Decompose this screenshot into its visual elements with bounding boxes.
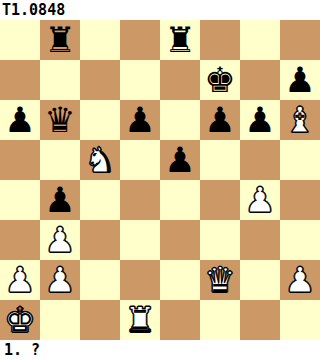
square-c3[interactable] xyxy=(80,220,120,260)
square-e6[interactable] xyxy=(160,100,200,140)
black-rook-b8[interactable]: ♜ xyxy=(44,20,75,60)
square-h1[interactable] xyxy=(280,300,320,340)
diagram-id: T1.0848 xyxy=(2,1,65,19)
square-e7[interactable] xyxy=(160,60,200,100)
square-b5[interactable] xyxy=(40,140,80,180)
square-c1[interactable] xyxy=(80,300,120,340)
square-d3[interactable] xyxy=(120,220,160,260)
square-d8[interactable] xyxy=(120,20,160,60)
square-a7[interactable] xyxy=(0,60,40,100)
black-pawn-a6[interactable]: ♟ xyxy=(4,100,35,140)
square-c7[interactable] xyxy=(80,60,120,100)
square-e1[interactable] xyxy=(160,300,200,340)
square-b8[interactable]: ♜ xyxy=(40,20,80,60)
square-c6[interactable] xyxy=(80,100,120,140)
square-e3[interactable] xyxy=(160,220,200,260)
square-d2[interactable] xyxy=(120,260,160,300)
white-pawn-a2[interactable]: ♟ xyxy=(4,260,35,300)
square-e5[interactable]: ♟ xyxy=(160,140,200,180)
black-pawn-g6[interactable]: ♟ xyxy=(244,100,275,140)
square-a3[interactable] xyxy=(0,220,40,260)
square-h4[interactable] xyxy=(280,180,320,220)
square-g7[interactable] xyxy=(240,60,280,100)
white-bishop-h6[interactable]: ♝ xyxy=(284,100,315,140)
square-a6[interactable]: ♟ xyxy=(0,100,40,140)
white-knight-c5[interactable]: ♞ xyxy=(84,140,115,180)
white-pawn-h2[interactable]: ♟ xyxy=(284,260,315,300)
square-e2[interactable] xyxy=(160,260,200,300)
square-g6[interactable]: ♟ xyxy=(240,100,280,140)
square-h6[interactable]: ♝ xyxy=(280,100,320,140)
square-d7[interactable] xyxy=(120,60,160,100)
square-a8[interactable] xyxy=(0,20,40,60)
square-h8[interactable] xyxy=(280,20,320,60)
square-a1[interactable]: ♚ xyxy=(0,300,40,340)
square-a2[interactable]: ♟ xyxy=(0,260,40,300)
square-d4[interactable] xyxy=(120,180,160,220)
white-pawn-g4[interactable]: ♟ xyxy=(244,180,275,220)
black-rook-e8[interactable]: ♜ xyxy=(164,20,195,60)
black-pawn-f6[interactable]: ♟ xyxy=(204,100,235,140)
square-e8[interactable]: ♜ xyxy=(160,20,200,60)
square-b6[interactable]: ♛ xyxy=(40,100,80,140)
square-h2[interactable]: ♟ xyxy=(280,260,320,300)
square-b7[interactable] xyxy=(40,60,80,100)
black-king-f7[interactable]: ♚ xyxy=(204,60,235,100)
square-a4[interactable] xyxy=(0,180,40,220)
square-c2[interactable] xyxy=(80,260,120,300)
move-prompt: 1. ? xyxy=(4,341,40,359)
square-f2[interactable]: ♛ xyxy=(200,260,240,300)
black-queen-b6[interactable]: ♛ xyxy=(44,100,75,140)
square-f5[interactable] xyxy=(200,140,240,180)
black-pawn-e5[interactable]: ♟ xyxy=(164,140,195,180)
black-pawn-d6[interactable]: ♟ xyxy=(124,100,155,140)
square-f6[interactable]: ♟ xyxy=(200,100,240,140)
white-pawn-b3[interactable]: ♟ xyxy=(44,220,75,260)
white-pawn-b2[interactable]: ♟ xyxy=(44,260,75,300)
square-f3[interactable] xyxy=(200,220,240,260)
chess-board: ♜♜♚♟♟♛♟♟♟♝♞♟♟♟♟♟♟♛♟♚♜ xyxy=(0,20,320,340)
square-d1[interactable]: ♜ xyxy=(120,300,160,340)
diagram-footer: 1. ? xyxy=(0,340,320,360)
square-h5[interactable] xyxy=(280,140,320,180)
square-d5[interactable] xyxy=(120,140,160,180)
white-rook-d1[interactable]: ♜ xyxy=(124,300,155,340)
white-queen-f2[interactable]: ♛ xyxy=(204,260,235,300)
square-f7[interactable]: ♚ xyxy=(200,60,240,100)
square-g8[interactable] xyxy=(240,20,280,60)
square-f4[interactable] xyxy=(200,180,240,220)
square-b4[interactable]: ♟ xyxy=(40,180,80,220)
square-g4[interactable]: ♟ xyxy=(240,180,280,220)
square-c5[interactable]: ♞ xyxy=(80,140,120,180)
diagram-header: T1.0848 xyxy=(0,0,320,20)
square-f1[interactable] xyxy=(200,300,240,340)
black-pawn-b4[interactable]: ♟ xyxy=(44,180,75,220)
square-h3[interactable] xyxy=(280,220,320,260)
black-pawn-h7[interactable]: ♟ xyxy=(284,60,315,100)
chess-diagram-page: T1.0848 ♜♜♚♟♟♛♟♟♟♝♞♟♟♟♟♟♟♛♟♚♜ 1. ? xyxy=(0,0,320,360)
square-b1[interactable] xyxy=(40,300,80,340)
square-h7[interactable]: ♟ xyxy=(280,60,320,100)
square-f8[interactable] xyxy=(200,20,240,60)
square-g3[interactable] xyxy=(240,220,280,260)
square-b3[interactable]: ♟ xyxy=(40,220,80,260)
white-king-a1[interactable]: ♚ xyxy=(4,300,35,340)
square-c4[interactable] xyxy=(80,180,120,220)
square-g5[interactable] xyxy=(240,140,280,180)
square-c8[interactable] xyxy=(80,20,120,60)
square-d6[interactable]: ♟ xyxy=(120,100,160,140)
square-b2[interactable]: ♟ xyxy=(40,260,80,300)
square-g1[interactable] xyxy=(240,300,280,340)
square-e4[interactable] xyxy=(160,180,200,220)
square-g2[interactable] xyxy=(240,260,280,300)
square-a5[interactable] xyxy=(0,140,40,180)
